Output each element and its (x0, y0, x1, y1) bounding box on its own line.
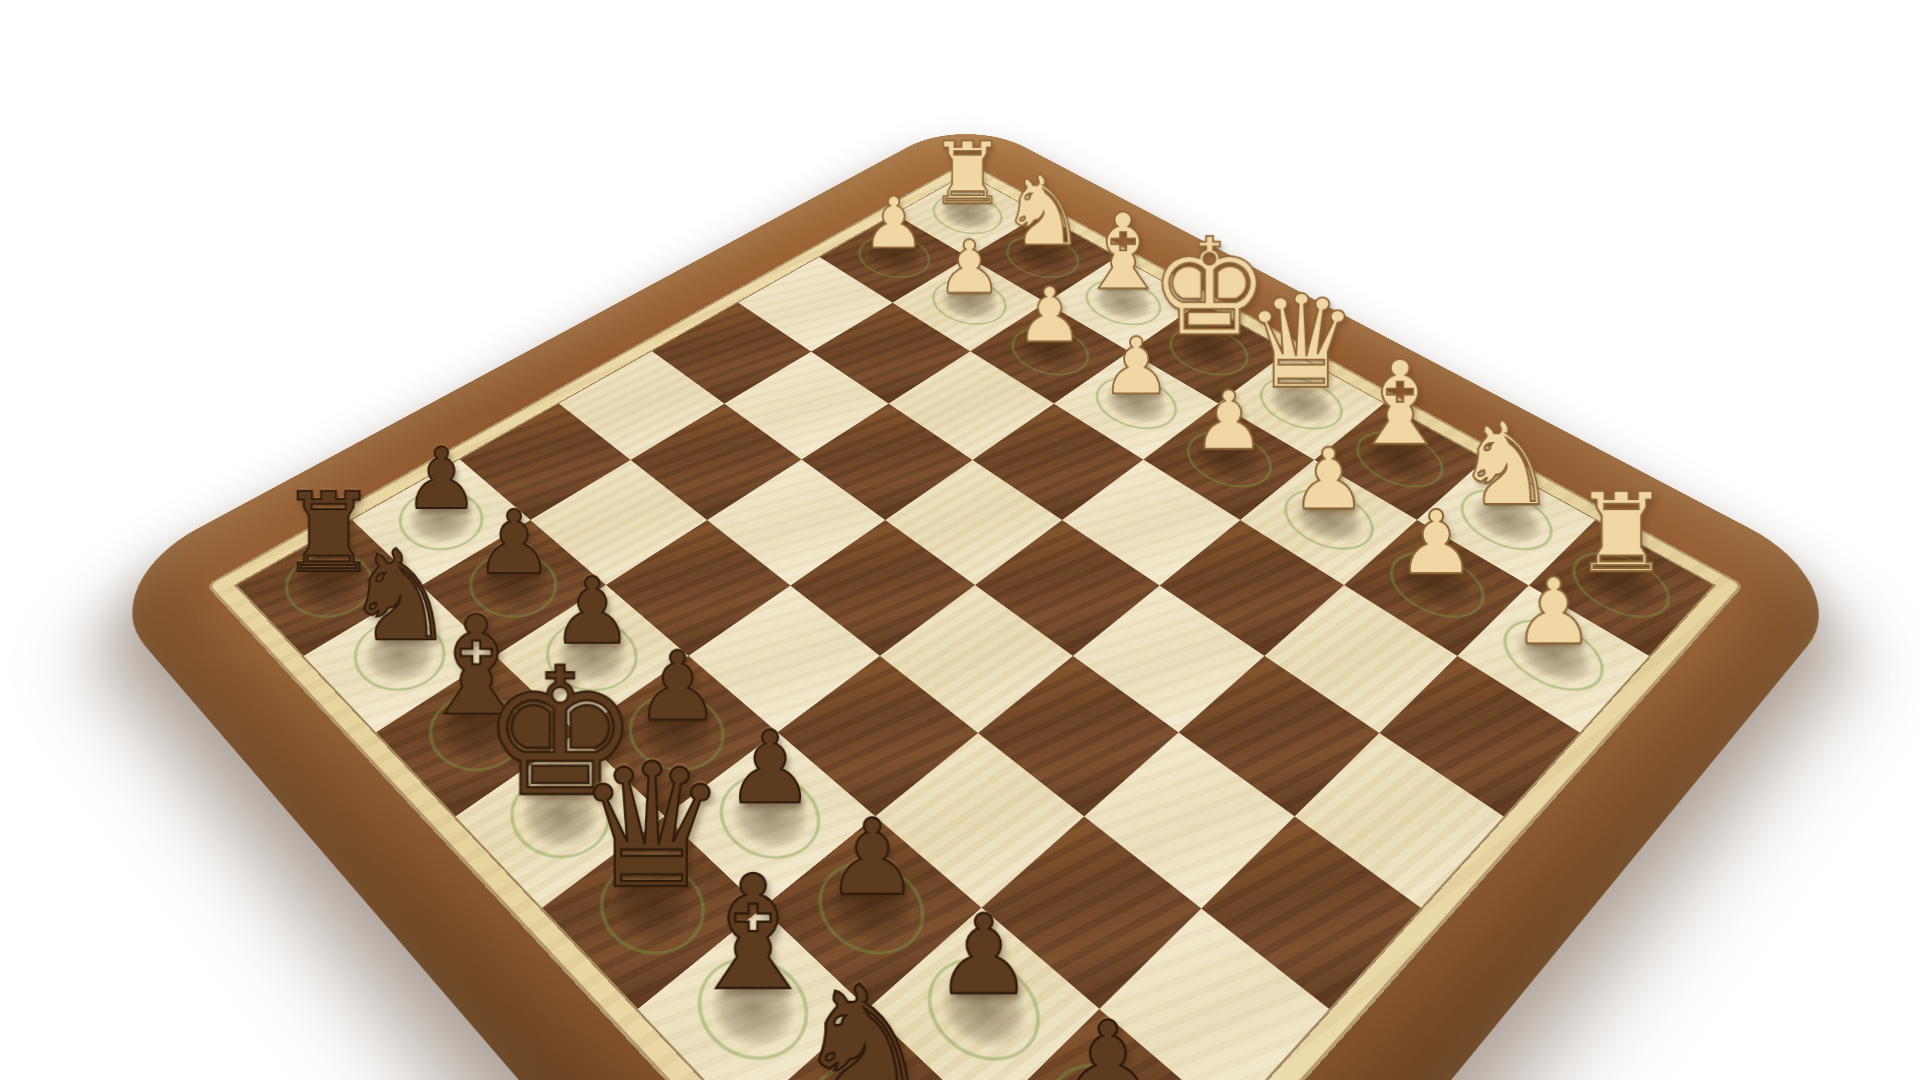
maple-border-strip: ♜♞♝♚♛♝♞♜♟♟♟♟♟♟♟♟♟♟♟♟♟♟♟♟♜♞♝♚♛♝♞♜ (206, 161, 1745, 1080)
perspective-scene: ♜♞♝♚♛♝♞♜♟♟♟♟♟♟♟♟♟♟♟♟♟♟♟♟♜♞♝♚♛♝♞♜ (0, 0, 1920, 1080)
photo-stage: ♜♞♝♚♛♝♞♜♟♟♟♟♟♟♟♟♟♟♟♟♟♟♟♟♜♞♝♚♛♝♞♜ (0, 0, 1920, 1080)
chess-board: ♜♞♝♚♛♝♞♜♟♟♟♟♟♟♟♟♟♟♟♟♟♟♟♟♜♞♝♚♛♝♞♜ (93, 116, 1858, 1080)
felt-base-ring (843, 227, 944, 287)
felt-base-ring (268, 539, 391, 631)
felt-base-ring (1487, 606, 1621, 706)
felt-base-ring (797, 844, 946, 975)
felt-base-ring (996, 317, 1105, 386)
felt-base-ring (336, 606, 464, 706)
square-h6 (460, 403, 631, 519)
felt-base-ring (410, 679, 544, 788)
felt-base-ring (1071, 271, 1176, 335)
felt-base-ring (917, 271, 1022, 335)
felt-base-ring (919, 186, 1017, 242)
felt-base-ring (610, 679, 745, 788)
felt-base-ring (905, 938, 1062, 1080)
felt-base-ring (675, 938, 831, 1080)
board-grid: ♜♞♝♚♛♝♞♜♟♟♟♟♟♟♟♟♟♟♟♟♟♟♟♟♜♞♝♚♛♝♞♜ (237, 174, 1713, 1080)
felt-base-ring (699, 758, 841, 877)
felt-base-ring (1557, 539, 1686, 631)
felt-base-ring (1445, 478, 1568, 563)
felt-base-ring (578, 844, 726, 975)
felt-base-ring (992, 227, 1094, 287)
